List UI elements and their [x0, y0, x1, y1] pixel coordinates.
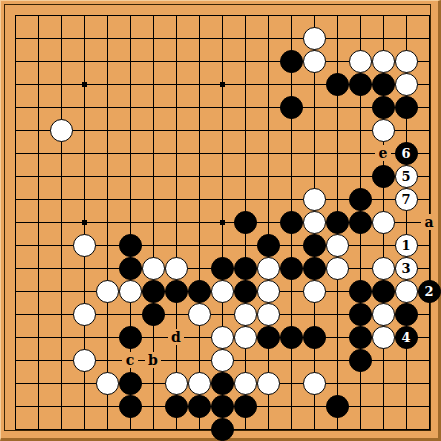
stone-black	[188, 280, 211, 303]
stone-white	[96, 280, 119, 303]
stone-black	[349, 73, 372, 96]
point-label-b: b	[145, 352, 161, 368]
stone-black	[372, 96, 395, 119]
stone-white	[372, 326, 395, 349]
stone-white	[303, 280, 326, 303]
stone-white	[349, 50, 372, 73]
stone-white	[50, 119, 73, 142]
move-number-2-black-stone: 2	[418, 280, 441, 303]
stone-white	[395, 73, 418, 96]
stone-black	[280, 257, 303, 280]
stone-black	[280, 211, 303, 234]
stone-white	[234, 372, 257, 395]
point-label-e: e	[375, 145, 391, 161]
stone-black	[349, 303, 372, 326]
point-label-d: d	[168, 329, 184, 345]
stone-black	[188, 395, 211, 418]
stone-black	[119, 234, 142, 257]
stone-black	[372, 280, 395, 303]
star-point	[220, 220, 225, 225]
stone-black	[211, 372, 234, 395]
stone-black	[234, 280, 257, 303]
stone-black	[165, 395, 188, 418]
stone-black	[303, 257, 326, 280]
star-point	[82, 82, 87, 87]
stone-black	[326, 73, 349, 96]
stone-black	[257, 326, 280, 349]
stone-black	[395, 303, 418, 326]
stone-black	[280, 50, 303, 73]
point-label-c: c	[122, 352, 138, 368]
stone-white	[395, 280, 418, 303]
stone-white	[257, 372, 280, 395]
stone-white	[372, 211, 395, 234]
grid-line	[268, 15, 269, 430]
stone-black	[303, 326, 326, 349]
stone-black	[142, 280, 165, 303]
move-number-7-white-stone: 7	[395, 188, 418, 211]
stone-black	[280, 96, 303, 119]
star-point	[220, 82, 225, 87]
stone-white	[234, 303, 257, 326]
stone-black	[280, 326, 303, 349]
stone-white	[142, 257, 165, 280]
move-number-5-white-stone: 5	[395, 165, 418, 188]
page: 1234567abcde	[0, 0, 441, 441]
move-number-3-white-stone: 3	[395, 257, 418, 280]
stone-white	[188, 303, 211, 326]
stone-white	[165, 257, 188, 280]
stone-black	[119, 395, 142, 418]
stone-black	[257, 234, 280, 257]
stone-white	[372, 257, 395, 280]
stone-white	[303, 372, 326, 395]
stone-black	[349, 349, 372, 372]
stone-white	[372, 119, 395, 142]
stone-black	[372, 165, 395, 188]
stone-black	[234, 257, 257, 280]
stone-white	[73, 349, 96, 372]
stone-black	[119, 326, 142, 349]
stone-black	[349, 326, 372, 349]
stone-white	[326, 234, 349, 257]
stone-white	[188, 372, 211, 395]
star-point	[82, 220, 87, 225]
stone-white	[303, 211, 326, 234]
stone-black	[211, 257, 234, 280]
stone-black	[303, 234, 326, 257]
stone-white	[303, 188, 326, 211]
stone-white	[257, 303, 280, 326]
move-number-6-black-stone: 6	[395, 142, 418, 165]
stone-white	[372, 303, 395, 326]
stone-black	[372, 73, 395, 96]
stone-black	[234, 211, 257, 234]
stone-white	[303, 50, 326, 73]
stone-white	[372, 50, 395, 73]
stone-black	[326, 211, 349, 234]
stone-white	[211, 280, 234, 303]
stone-black	[165, 280, 188, 303]
stone-black	[349, 211, 372, 234]
stone-white	[96, 372, 119, 395]
stone-black	[211, 418, 234, 441]
stone-white	[211, 326, 234, 349]
stone-white	[395, 50, 418, 73]
stone-white	[165, 372, 188, 395]
stone-white	[73, 303, 96, 326]
stone-white	[211, 349, 234, 372]
stone-black	[349, 280, 372, 303]
go-board: 1234567abcde	[0, 0, 441, 441]
point-label-a: a	[421, 214, 437, 230]
stone-white	[73, 234, 96, 257]
stone-white	[326, 257, 349, 280]
stone-black	[211, 395, 234, 418]
move-number-1-white-stone: 1	[395, 234, 418, 257]
stone-black	[349, 188, 372, 211]
stone-black	[326, 395, 349, 418]
stone-white	[303, 27, 326, 50]
stone-white	[234, 326, 257, 349]
stone-black	[119, 372, 142, 395]
stone-black	[395, 96, 418, 119]
stone-black	[142, 303, 165, 326]
move-number-4-black-stone: 4	[395, 326, 418, 349]
stone-white	[119, 280, 142, 303]
stone-black	[234, 395, 257, 418]
stone-white	[257, 257, 280, 280]
stone-black	[119, 257, 142, 280]
stone-white	[257, 280, 280, 303]
